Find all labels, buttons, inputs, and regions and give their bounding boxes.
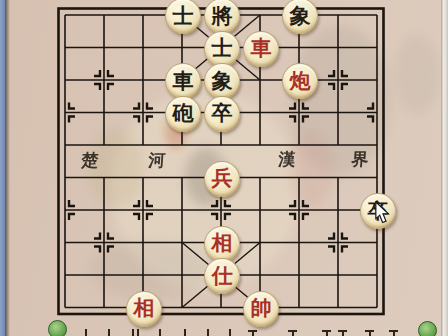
clipped-glyph-fragment bbox=[288, 330, 297, 332]
piece-red-cannon[interactable]: 炮 bbox=[282, 63, 318, 99]
piece-red-elephant[interactable]: 相 bbox=[126, 291, 162, 327]
piece-red-advisor[interactable]: 仕 bbox=[204, 258, 240, 294]
pieces-layer: 士將象士車車象炮砲卒兵卒相仕相帥 bbox=[0, 0, 448, 336]
clipped-glyph-fragment bbox=[389, 330, 398, 332]
window-right-scrollbar[interactable] bbox=[441, 0, 448, 336]
green-button-icon[interactable] bbox=[48, 320, 67, 336]
clipped-glyph-fragment bbox=[207, 329, 209, 336]
piece-black-advisor[interactable]: 士 bbox=[165, 0, 201, 34]
piece-red-elephant[interactable]: 相 bbox=[204, 226, 240, 262]
clipped-glyph-fragment bbox=[248, 330, 257, 332]
mouse-cursor-icon bbox=[375, 201, 390, 224]
clipped-glyph-fragment bbox=[365, 330, 374, 332]
piece-red-chariot[interactable]: 車 bbox=[243, 31, 279, 67]
clipped-glyph-fragment bbox=[159, 329, 161, 336]
clipped-glyph-fragment bbox=[229, 329, 231, 336]
clipped-glyph-fragment bbox=[85, 329, 87, 336]
game-window: { "game": { "name": "xiangqi", "title": … bbox=[0, 0, 448, 336]
piece-black-general[interactable]: 將 bbox=[204, 0, 240, 34]
clipped-glyph-fragment bbox=[184, 329, 186, 336]
piece-red-general[interactable]: 帥 bbox=[243, 291, 279, 327]
piece-black-cannon[interactable]: 砲 bbox=[165, 96, 201, 132]
clipped-glyph-fragment bbox=[338, 330, 347, 332]
piece-black-chariot[interactable]: 車 bbox=[165, 63, 201, 99]
green-button-icon[interactable] bbox=[418, 321, 437, 336]
clipped-glyph-fragment bbox=[322, 330, 331, 332]
clipped-glyph-fragment bbox=[132, 329, 134, 336]
clipped-glyph-fragment bbox=[108, 329, 110, 336]
clipped-glyph-fragment bbox=[137, 329, 139, 336]
piece-black-elephant[interactable]: 象 bbox=[282, 0, 318, 34]
window-left-shadow bbox=[5, 0, 10, 336]
piece-black-advisor[interactable]: 士 bbox=[204, 31, 240, 67]
piece-red-soldier[interactable]: 兵 bbox=[204, 161, 240, 197]
piece-black-soldier[interactable]: 卒 bbox=[204, 96, 240, 132]
piece-black-elephant[interactable]: 象 bbox=[204, 63, 240, 99]
